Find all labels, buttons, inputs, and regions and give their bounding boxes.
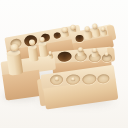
cylinder-knob	[48, 51, 52, 55]
product-photo-stage	[0, 0, 128, 128]
cylinder-knob	[92, 47, 97, 52]
cylinder-knob	[54, 77, 58, 81]
cylinder-knob	[29, 39, 36, 45]
cylinder-knob	[39, 36, 45, 42]
cylinder-knob	[78, 47, 83, 52]
cylinder-knob	[70, 24, 76, 29]
cylinder-knob	[104, 51, 108, 55]
cylinder-knob	[101, 26, 106, 31]
